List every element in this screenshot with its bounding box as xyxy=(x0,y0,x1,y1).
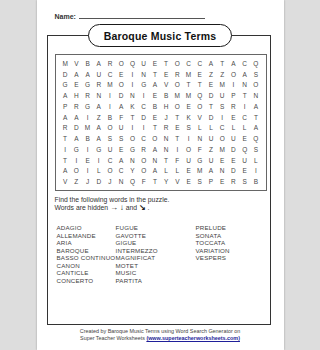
word-list-item: SONATA xyxy=(196,232,265,240)
grid-cell: C xyxy=(239,112,250,123)
grid-cell: C xyxy=(138,101,149,112)
grid-cell: V xyxy=(194,112,205,123)
grid-cell: S xyxy=(217,101,228,112)
grid-cell: M xyxy=(183,90,194,101)
grid-cell: E xyxy=(161,69,172,80)
instructions-line2: Words are hidden → ↓ and ↘ . xyxy=(55,204,170,212)
grid-cell: A xyxy=(149,166,160,177)
grid-cell: N xyxy=(138,69,149,80)
grid-cell: I xyxy=(82,112,93,123)
grid-cell: I xyxy=(127,80,138,91)
grid-cell: L xyxy=(239,123,250,134)
grid-cell: N xyxy=(239,80,250,91)
grid-cell: T xyxy=(250,112,261,123)
grid-cell: M xyxy=(194,166,205,177)
grid-cell: D xyxy=(228,166,239,177)
grid-cell: B xyxy=(82,58,93,69)
grid-cell: E xyxy=(217,176,228,187)
word-list-item: VARIATION xyxy=(196,247,265,255)
grid-cell: B xyxy=(82,133,93,144)
word-list-item: MUSIC xyxy=(116,269,196,277)
grid-cell: U xyxy=(205,133,216,144)
grid-cell: A xyxy=(60,112,71,123)
grid-cell: E xyxy=(183,101,194,112)
grid-cell: D xyxy=(116,90,127,101)
grid-cell: I xyxy=(250,166,261,177)
word-list-item: ALLEMANDE xyxy=(57,232,116,240)
grid-cell: F xyxy=(172,155,183,166)
grid-cell: U xyxy=(93,69,104,80)
grid-cell: N xyxy=(194,133,205,144)
grid-cell: T xyxy=(161,58,172,69)
word-list-item: MAGNIFICAT xyxy=(116,254,196,262)
down-arrow-icon: ↓ xyxy=(120,203,124,212)
grid-cell: N xyxy=(116,176,127,187)
grid-cell: P xyxy=(60,101,71,112)
grid-cell: L xyxy=(161,166,172,177)
word-list-item: BAROQUE xyxy=(57,247,116,255)
grid-cell: Q xyxy=(194,90,205,101)
grid-cell: B xyxy=(149,101,160,112)
grid-cell: P xyxy=(228,90,239,101)
and-word: and xyxy=(126,204,137,211)
word-list-item: GAVOTTE xyxy=(116,232,196,240)
grid-cell: K xyxy=(183,112,194,123)
word-list-item: PARTITA xyxy=(116,277,196,285)
grid-cell: Y xyxy=(161,176,172,187)
instructions: Find the following words in the puzzle. … xyxy=(55,196,170,213)
grid-cell: G xyxy=(127,144,138,155)
grid-cell: A xyxy=(71,112,82,123)
grid-cell: E xyxy=(71,80,82,91)
grid-cell: T xyxy=(149,69,160,80)
grid-cell: T xyxy=(217,58,228,69)
grid-cell: C xyxy=(104,155,115,166)
grid-cell: A xyxy=(93,101,104,112)
grid-cell: O xyxy=(104,123,115,134)
grid-cell: O xyxy=(228,69,239,80)
grid-cell: I xyxy=(138,90,149,101)
grid-cell: Q xyxy=(127,176,138,187)
grid-cell: B xyxy=(250,176,261,187)
grid-cell: N xyxy=(250,90,261,101)
grid-cell: E xyxy=(183,166,194,177)
grid-cell: E xyxy=(82,155,93,166)
grid-cell: U xyxy=(104,144,115,155)
right-arrow-icon: → xyxy=(110,203,118,212)
grid-cell: V xyxy=(60,176,71,187)
word-list-item: CANON xyxy=(57,262,116,270)
grid-cell: I xyxy=(104,101,115,112)
grid-cell: O xyxy=(183,144,194,155)
title-pill: Baroque Music Terms xyxy=(88,24,232,47)
word-search-grid: MVBAROQUETOCCATACQDAAUCEINTERMEZZOASGEGR… xyxy=(55,54,267,191)
word-list-item: PRELUDE xyxy=(196,224,265,232)
name-label: Name: xyxy=(55,13,76,20)
grid-cell: D xyxy=(93,176,104,187)
footer-line1: Created by Baroque Music Terms using Wor… xyxy=(37,328,284,335)
grid-cell: U xyxy=(138,58,149,69)
grid-cell: C xyxy=(194,58,205,69)
grid-cell: S xyxy=(183,123,194,134)
grid-cell: G xyxy=(82,101,93,112)
grid-cell: U xyxy=(205,155,216,166)
grid-cell: I xyxy=(127,123,138,134)
word-list: ADAGIOALLEMANDEARIABAROQUEBASSO CONTINUO… xyxy=(57,224,265,284)
grid-cell: R xyxy=(93,80,104,91)
worksheet-page: Name: Baroque Music Terms MVBAROQUETOCCA… xyxy=(37,0,284,350)
word-list-item: ARIA xyxy=(57,239,116,247)
grid-cell: S xyxy=(194,176,205,187)
grid-cell: O xyxy=(172,80,183,91)
grid-cell: V xyxy=(161,80,172,91)
grid-cell: A xyxy=(228,58,239,69)
grid-cell: I xyxy=(71,155,82,166)
grid-cell: E xyxy=(205,80,216,91)
grid-cell: N xyxy=(217,166,228,177)
grid-cell: C xyxy=(104,69,115,80)
grid-cell: D xyxy=(205,112,216,123)
grid-cell: E xyxy=(194,69,205,80)
grid-cell: E xyxy=(116,69,127,80)
word-list-item: GIGUE xyxy=(116,239,196,247)
grid-cell: O xyxy=(71,166,82,177)
grid-cell: Z xyxy=(71,176,82,187)
grid-cell: T xyxy=(183,80,194,91)
grid-cell: D xyxy=(228,144,239,155)
grid-cell: I xyxy=(60,144,71,155)
grid-cell: O xyxy=(194,101,205,112)
grid-cell: Y xyxy=(127,166,138,177)
grid-cell: T xyxy=(205,101,216,112)
grid-cell: J xyxy=(161,112,172,123)
grid-cell: M xyxy=(82,123,93,134)
grid-cell: I xyxy=(93,155,104,166)
grid-cell: O xyxy=(172,101,183,112)
grid-cell: T xyxy=(161,155,172,166)
grid-cell: G xyxy=(93,144,104,155)
grid-cell: Z xyxy=(205,69,216,80)
grid-cell: L xyxy=(205,123,216,134)
grid-cell: A xyxy=(60,166,71,177)
grid-cell: R xyxy=(104,58,115,69)
grid-cell: N xyxy=(161,133,172,144)
grid-cell: N xyxy=(149,155,160,166)
page-title: Baroque Music Terms xyxy=(104,30,217,42)
grid-cell: S xyxy=(116,133,127,144)
grid-cell: T xyxy=(194,80,205,91)
grid-cell: T xyxy=(149,176,160,187)
grid-cell: A xyxy=(205,58,216,69)
grid-cell: H xyxy=(71,90,82,101)
grid-cell: R xyxy=(228,176,239,187)
grid-cell: L xyxy=(228,123,239,134)
grid-cell: T xyxy=(60,133,71,144)
grid-cell: V xyxy=(71,58,82,69)
grid-cell: J xyxy=(104,176,115,187)
grid-cell: Z xyxy=(217,69,228,80)
grid-cell: A xyxy=(71,69,82,80)
grid-cell: Q xyxy=(250,133,261,144)
diagonal-arrow-icon: ↘ xyxy=(139,203,146,212)
grid-cell: S xyxy=(104,133,115,144)
grid-cell: H xyxy=(161,101,172,112)
grid-cell: L xyxy=(172,166,183,177)
grid-cell: B xyxy=(161,90,172,101)
word-list-column-1: ADAGIOALLEMANDEARIABAROQUEBASSO CONTINUO… xyxy=(57,224,116,284)
grid-cell: O xyxy=(116,58,127,69)
grid-cell: A xyxy=(250,123,261,134)
grid-cell: A xyxy=(93,58,104,69)
grid-cell: M xyxy=(104,80,115,91)
grid-cell: F xyxy=(194,144,205,155)
grid-cell: U xyxy=(239,155,250,166)
grid-cell: C xyxy=(138,133,149,144)
grid-cell: T xyxy=(127,112,138,123)
grid-cell: L xyxy=(194,123,205,134)
grid-cell: V xyxy=(172,176,183,187)
footer-site-name: Super Teacher Worksheets xyxy=(80,335,145,341)
grid-cell: Z xyxy=(93,112,104,123)
grid-cell: I xyxy=(138,123,149,134)
grid-cell: A xyxy=(116,101,127,112)
grid-cell: R xyxy=(138,144,149,155)
footer: Created by Baroque Music Terms using Wor… xyxy=(37,328,284,342)
grid-cell: R xyxy=(172,69,183,80)
grid-cell: R xyxy=(228,101,239,112)
grid-cell: I xyxy=(239,101,250,112)
word-list-item: ADAGIO xyxy=(57,224,116,232)
grid-cell: R xyxy=(60,123,71,134)
grid-cell: B xyxy=(104,112,115,123)
grid-cell: Q xyxy=(127,58,138,69)
word-list-item: VESPERS xyxy=(196,254,265,262)
grid-cell: T xyxy=(239,90,250,101)
grid-cell: C xyxy=(217,123,228,134)
grid-cell: O xyxy=(138,155,149,166)
grid-cell: G xyxy=(194,155,205,166)
grid-cell: E xyxy=(239,166,250,177)
grid-cell: I xyxy=(217,112,228,123)
grid-cell: T xyxy=(60,155,71,166)
footer-link[interactable]: (www.superteacherworksheets.com) xyxy=(146,335,240,341)
grid-cell: E xyxy=(228,112,239,123)
grid-cell: J xyxy=(82,176,93,187)
grid-cell: A xyxy=(239,69,250,80)
grid-cell: O xyxy=(127,133,138,144)
grid-cell: G xyxy=(138,80,149,91)
grid-cell: E xyxy=(149,58,160,69)
grid-cell: Q xyxy=(250,58,261,69)
grid-cell: G xyxy=(82,80,93,91)
grid-cell: D xyxy=(71,123,82,134)
word-list-column-3: PRELUDESONATATOCCATAVARIATIONVESPERS xyxy=(196,224,265,284)
grid-cell: E xyxy=(183,176,194,187)
grid-cell: A xyxy=(82,69,93,80)
grid-cell: R xyxy=(82,90,93,101)
grid-cell: E xyxy=(239,133,250,144)
grid-cell: T xyxy=(149,123,160,134)
period: . xyxy=(148,204,150,211)
grid-cell: E xyxy=(116,144,127,155)
grid-cell: I xyxy=(127,69,138,80)
grid-cell: A xyxy=(205,166,216,177)
grid-cell: E xyxy=(149,112,160,123)
grid-cell: O xyxy=(104,166,115,177)
grid-cell: I xyxy=(104,90,115,101)
grid-cell: L xyxy=(93,166,104,177)
grid-cell: E xyxy=(228,155,239,166)
grid-cell: A xyxy=(149,80,160,91)
grid-cell: G xyxy=(60,80,71,91)
grid-cell: Q xyxy=(239,144,250,155)
grid-cell: D xyxy=(205,90,216,101)
grid-cell: A xyxy=(60,90,71,101)
grid-cell: O xyxy=(116,80,127,91)
grid-cell: D xyxy=(138,112,149,123)
grid-cell: M xyxy=(172,90,183,101)
grid-cell: T xyxy=(172,112,183,123)
grid-cell: M xyxy=(217,144,228,155)
grid-cell: U xyxy=(183,155,194,166)
grid-cell: A xyxy=(250,101,261,112)
grid-cell: M xyxy=(183,69,194,80)
grid-cell: P xyxy=(205,176,216,187)
grid-cell: C xyxy=(239,58,250,69)
word-list-item: CANTICLE xyxy=(57,269,116,277)
grid-cell: Z xyxy=(205,144,216,155)
grid-cell: S xyxy=(250,69,261,80)
grid-cell: N xyxy=(127,90,138,101)
grid-cell: A xyxy=(93,133,104,144)
grid-cell: C xyxy=(116,166,127,177)
grid-cell: E xyxy=(149,90,160,101)
word-list-item: INTERMEZZO xyxy=(116,247,196,255)
grid-cell: U xyxy=(217,90,228,101)
grid-cell: D xyxy=(60,69,71,80)
word-list-item: MOTET xyxy=(116,262,196,270)
grid-cell: S xyxy=(250,144,261,155)
grid-cell: U xyxy=(116,123,127,134)
grid-cell: M xyxy=(60,58,71,69)
grid-cell: G xyxy=(71,144,82,155)
grid-cell: I xyxy=(228,80,239,91)
footer-line2: Super Teacher Worksheets (www.superteach… xyxy=(37,335,284,342)
name-row: Name: xyxy=(55,11,205,20)
grid-cell: O xyxy=(217,133,228,144)
word-list-item: FUGUE xyxy=(116,224,196,232)
grid-cell: I xyxy=(82,166,93,177)
grid-cell: F xyxy=(138,176,149,187)
grid-cell: R xyxy=(71,101,82,112)
word-list-item: BASSO CONTINUO xyxy=(57,254,116,262)
grid-cell: N xyxy=(93,90,104,101)
grid-cell: A xyxy=(93,123,104,134)
grid-cell: O xyxy=(250,80,261,91)
grid-cell: O xyxy=(172,58,183,69)
grid-cell: C xyxy=(183,58,194,69)
grid-cell: N xyxy=(161,144,172,155)
grid-cell: F xyxy=(116,112,127,123)
grid-cell: O xyxy=(149,133,160,144)
grid-cell: I xyxy=(172,144,183,155)
grid-cell: T xyxy=(172,133,183,144)
grid-cell: U xyxy=(228,133,239,144)
grid-cell: I xyxy=(82,144,93,155)
grid-cell: M xyxy=(217,80,228,91)
grid-cell: E xyxy=(172,123,183,134)
grid-cell: S xyxy=(239,176,250,187)
grid-cell: O xyxy=(138,166,149,177)
grid-cell: L xyxy=(250,155,261,166)
word-list-item: CONCERTO xyxy=(57,277,116,285)
word-list-column-2: FUGUEGAVOTTEGIGUEINTERMEZZOMAGNIFICATMOT… xyxy=(116,224,196,284)
grid-cell: I xyxy=(183,133,194,144)
grid-cell: N xyxy=(127,155,138,166)
instructions-line2-prefix: Words are hidden xyxy=(55,204,109,211)
grid-cell: A xyxy=(149,144,160,155)
grid-cell: A xyxy=(71,133,82,144)
name-blank-line xyxy=(79,11,205,19)
grid-cell: A xyxy=(116,155,127,166)
word-list-item: TOCCATA xyxy=(196,239,265,247)
grid-cell: E xyxy=(217,155,228,166)
grid-cell: K xyxy=(127,101,138,112)
grid-cell: R xyxy=(161,123,172,134)
